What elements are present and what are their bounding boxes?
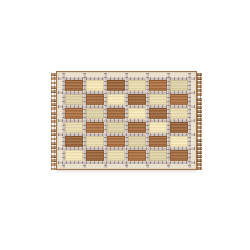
board-cell-d3 xyxy=(128,122,146,133)
board-cell-f4 xyxy=(170,108,188,119)
board-cell-e4 xyxy=(149,108,167,119)
board-cell-f5 xyxy=(170,94,188,105)
board-cell-f2 xyxy=(170,136,188,147)
board-cell-d1 xyxy=(128,150,146,161)
board-cell-a4 xyxy=(65,108,83,119)
board-cell-b3 xyxy=(86,122,104,133)
board-cell-c6 xyxy=(107,80,125,91)
board-cell-b1 xyxy=(86,150,104,161)
board-cell-e5 xyxy=(149,94,167,105)
board-cell-c2 xyxy=(107,136,125,147)
board-cell-a3 xyxy=(65,122,83,133)
board-cell-e3 xyxy=(149,122,167,133)
photo-background xyxy=(0,0,250,250)
board-cell-d5 xyxy=(128,94,146,105)
rug-weave xyxy=(56,71,197,170)
board-cell-e2 xyxy=(149,136,167,147)
board-cell-c1 xyxy=(107,150,125,161)
board-cell-c5 xyxy=(107,94,125,105)
board-cell-a5 xyxy=(65,94,83,105)
board-cell-a2 xyxy=(65,136,83,147)
board xyxy=(62,77,191,164)
board-cell-e6 xyxy=(149,80,167,91)
board-cell-a1 xyxy=(65,150,83,161)
fringe-right xyxy=(197,73,202,170)
board-cell-f1 xyxy=(170,150,188,161)
board-cell-d4 xyxy=(128,108,146,119)
checkerboard-rug xyxy=(51,71,202,172)
board-cell-b5 xyxy=(86,94,104,105)
board-cell-b2 xyxy=(86,136,104,147)
board-cell-c3 xyxy=(107,122,125,133)
board-cell-b6 xyxy=(86,80,104,91)
board-cell-d2 xyxy=(128,136,146,147)
board-cell-b4 xyxy=(86,108,104,119)
board-cell-f6 xyxy=(170,80,188,91)
board-cell-f3 xyxy=(170,122,188,133)
board-cell-c4 xyxy=(107,108,125,119)
board-cell-d6 xyxy=(128,80,146,91)
board-cell-a6 xyxy=(65,80,83,91)
board-cell-e1 xyxy=(149,150,167,161)
